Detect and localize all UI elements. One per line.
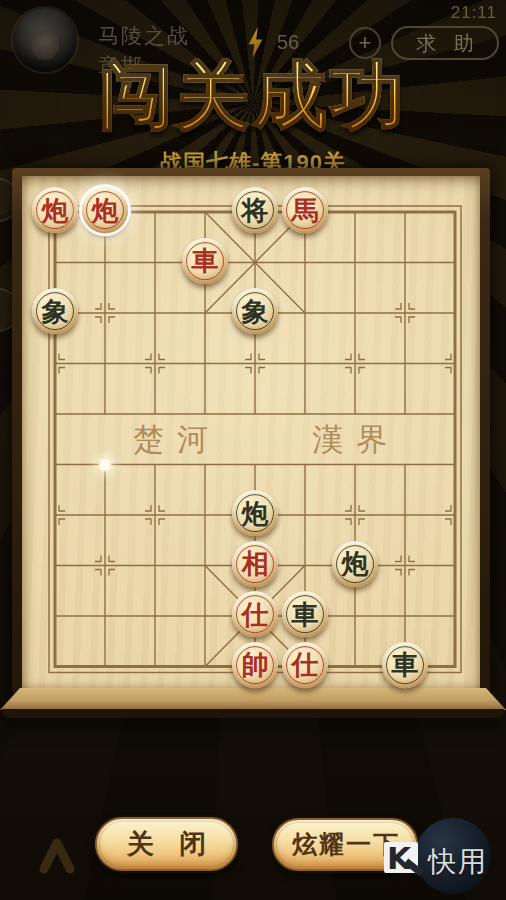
help-button[interactable]: 求 助 xyxy=(391,26,499,60)
level-clear-screen: 马陵之战 章邯 56 + 求 助 21:11 闯关成功 战国七雄-第190关 楚… xyxy=(0,0,506,900)
piece-red-cannon[interactable]: 炮 xyxy=(32,187,78,233)
avatar-face xyxy=(31,30,59,60)
piece-red-elephant[interactable]: 相 xyxy=(232,541,278,587)
board-under-shadow xyxy=(2,709,504,718)
piece-black-elephant[interactable]: 象 xyxy=(32,288,78,334)
piece-black-chariot[interactable]: 車 xyxy=(382,642,428,688)
piece-black-cannon[interactable]: 炮 xyxy=(232,490,278,536)
piece-black-chariot[interactable]: 車 xyxy=(282,591,328,637)
last-move-origin-marker xyxy=(98,458,112,472)
close-button[interactable]: 关 闭 xyxy=(95,817,238,871)
piece-black-elephant[interactable]: 象 xyxy=(232,288,278,334)
piece-red-advisor[interactable]: 仕 xyxy=(232,591,278,637)
piece-red-general[interactable]: 帥 xyxy=(232,642,278,688)
board-bevel-edge xyxy=(0,688,506,710)
system-clock: 21:11 xyxy=(451,3,497,23)
piece-red-cannon[interactable]: 炮 xyxy=(82,187,128,233)
victory-title: 闯关成功 xyxy=(0,58,506,132)
piece-red-horse[interactable]: 馬 xyxy=(282,187,328,233)
battle-name: 马陵之战 xyxy=(98,22,190,50)
piece-black-general[interactable]: 将 xyxy=(232,187,278,233)
piece-black-cannon[interactable]: 炮 xyxy=(332,541,378,587)
kuaiyong-logo: K xyxy=(384,842,418,873)
energy-count: 56 xyxy=(277,31,299,54)
watermark-text: 快用 xyxy=(428,843,488,881)
piece-red-chariot[interactable]: 車 xyxy=(182,238,228,284)
piece-red-advisor[interactable]: 仕 xyxy=(282,642,328,688)
